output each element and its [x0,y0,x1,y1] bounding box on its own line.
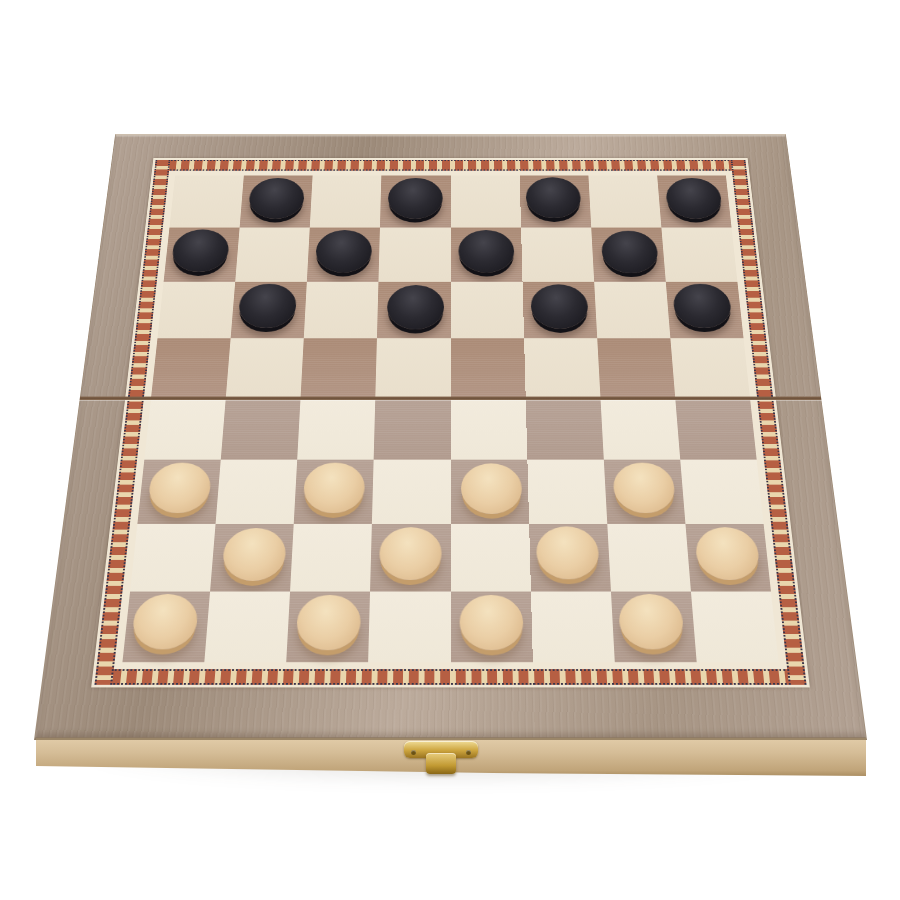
square-c8[interactable] [286,591,370,662]
square-b2[interactable] [235,228,310,282]
square-f3[interactable] [522,282,597,339]
product-photo-scene [0,0,900,900]
square-c3[interactable] [304,282,379,339]
square-a3[interactable] [157,282,235,339]
checker-black[interactable] [238,284,298,328]
mosaic-strip-top [154,160,746,171]
square-b1[interactable] [240,176,313,228]
square-h6[interactable] [680,459,764,524]
brass-clasp [404,739,478,777]
square-f2[interactable] [521,228,594,282]
square-a8[interactable] [122,591,210,662]
checker-black[interactable] [458,230,514,272]
square-e7[interactable] [451,524,531,592]
checker-wood[interactable] [379,527,442,580]
clasp-screw-icon [411,750,416,755]
board-inner-margin [114,171,787,669]
square-f5[interactable] [525,398,603,460]
square-f6[interactable] [527,459,607,524]
checker-wood[interactable] [461,463,522,514]
square-e1[interactable] [451,176,521,228]
square-f8[interactable] [531,591,615,662]
square-c2[interactable] [307,228,380,282]
checker-wood[interactable] [147,462,212,512]
square-e4[interactable] [451,339,526,398]
square-g1[interactable] [588,176,661,228]
square-d6[interactable] [372,459,450,524]
square-h7[interactable] [685,524,771,592]
square-b3[interactable] [231,282,307,339]
square-g3[interactable] [594,282,670,339]
square-c1[interactable] [310,176,382,228]
fold-hinge-seam [80,397,822,401]
checker-black[interactable] [171,230,231,272]
square-d2[interactable] [379,228,451,282]
square-a2[interactable] [164,228,240,282]
checker-wood[interactable] [303,462,366,512]
square-g2[interactable] [591,228,666,282]
square-a1[interactable] [169,176,243,228]
square-f7[interactable] [529,524,611,592]
square-h3[interactable] [666,282,744,339]
square-b6[interactable] [216,459,298,524]
square-a6[interactable] [137,459,221,524]
mosaic-border [94,160,806,685]
checker-black[interactable] [315,230,372,272]
square-a5[interactable] [144,398,226,460]
square-f4[interactable] [524,339,600,398]
checker-black[interactable] [600,231,659,274]
square-g5[interactable] [600,398,680,460]
square-h1[interactable] [657,176,731,228]
square-g8[interactable] [611,591,697,662]
square-d7[interactable] [370,524,450,592]
square-e3[interactable] [451,282,524,339]
square-d5[interactable] [374,398,451,460]
square-b8[interactable] [204,591,290,662]
checker-wood[interactable] [618,594,685,649]
checker-wood[interactable] [694,527,761,580]
square-g4[interactable] [597,339,675,398]
checker-black[interactable] [388,178,443,219]
square-a7[interactable] [130,524,216,592]
clasp-screw-icon [466,750,471,755]
checker-wood[interactable] [222,528,288,581]
square-h2[interactable] [661,228,737,282]
checker-wood[interactable] [612,462,676,512]
square-d4[interactable] [376,339,451,398]
checker-black[interactable] [387,285,444,329]
square-c7[interactable] [290,524,372,592]
square-g7[interactable] [607,524,691,592]
checker-black[interactable] [672,284,733,328]
square-h4[interactable] [670,339,750,398]
square-b5[interactable] [221,398,301,460]
square-b4[interactable] [226,339,304,398]
square-e5[interactable] [451,398,528,460]
mosaic-border-outer-margin [91,158,810,687]
checker-black[interactable] [248,178,305,219]
square-e6[interactable] [451,459,529,524]
square-c5[interactable] [297,398,375,460]
square-a4[interactable] [151,339,231,398]
square-g6[interactable] [604,459,686,524]
checker-black[interactable] [530,285,589,329]
clasp-knob [426,753,456,774]
checker-wood[interactable] [459,595,523,650]
mosaic-strip-bottom [94,669,806,685]
checker-black[interactable] [665,178,723,219]
checker-wood[interactable] [131,594,200,649]
checker-black[interactable] [525,177,581,218]
square-h8[interactable] [691,591,779,662]
checker-wood[interactable] [296,595,362,650]
square-d3[interactable] [377,282,450,339]
square-e2[interactable] [451,228,523,282]
board-grid [122,176,778,663]
square-b7[interactable] [210,524,294,592]
checker-wood[interactable] [535,526,599,579]
square-d1[interactable] [380,176,450,228]
square-c6[interactable] [294,459,374,524]
square-e8[interactable] [451,591,533,662]
square-d8[interactable] [368,591,450,662]
square-c4[interactable] [301,339,377,398]
folding-checkers-board [34,134,867,740]
wooden-frame [34,134,867,740]
square-h5[interactable] [675,398,757,460]
square-f1[interactable] [519,176,591,228]
